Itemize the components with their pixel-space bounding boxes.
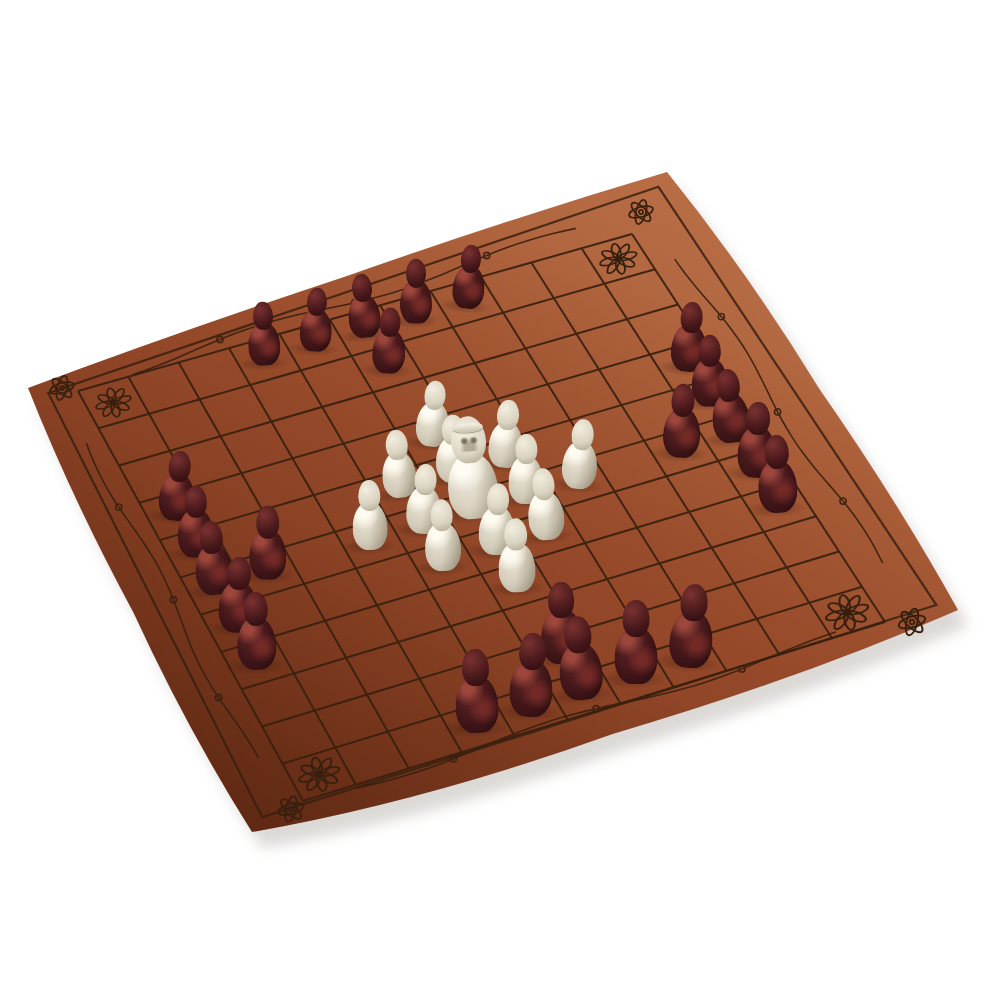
attacker-piece[interactable] xyxy=(660,383,705,459)
defender-piece[interactable] xyxy=(494,517,538,592)
piece-head xyxy=(515,434,537,465)
attacker-piece[interactable] xyxy=(754,434,801,514)
piece-head xyxy=(461,648,489,686)
attacker-piece[interactable] xyxy=(451,648,501,734)
piece-head xyxy=(623,600,649,637)
piece-head xyxy=(242,591,268,626)
attacker-piece[interactable] xyxy=(233,591,280,671)
piece-head xyxy=(256,506,279,539)
defender-piece[interactable] xyxy=(349,479,391,551)
piece-head xyxy=(357,479,380,511)
piece-head xyxy=(503,517,527,550)
piece-head xyxy=(379,307,401,337)
attacker-piece[interactable] xyxy=(369,307,409,375)
attacker-piece[interactable] xyxy=(612,600,659,684)
king-face xyxy=(457,433,480,452)
piece-head xyxy=(406,259,426,287)
attacker-piece[interactable] xyxy=(244,301,283,367)
attacker-piece[interactable] xyxy=(297,287,336,353)
defender-piece[interactable] xyxy=(421,498,464,572)
attacker-piece[interactable] xyxy=(449,243,490,310)
piece-head xyxy=(549,582,575,618)
attacker-piece[interactable] xyxy=(553,615,607,703)
piece-head xyxy=(385,429,409,461)
defender-piece[interactable] xyxy=(558,417,603,490)
attacker-piece[interactable] xyxy=(507,632,557,718)
piece-head xyxy=(570,418,594,451)
piece-head xyxy=(351,273,373,303)
piece-head xyxy=(715,368,741,402)
piece-head xyxy=(519,632,547,670)
piece-head xyxy=(184,486,207,518)
piece-head xyxy=(563,616,592,655)
attacker-piece[interactable] xyxy=(665,582,719,670)
piece-head xyxy=(413,464,436,496)
piece-head xyxy=(698,335,721,367)
scene xyxy=(0,0,1001,1001)
